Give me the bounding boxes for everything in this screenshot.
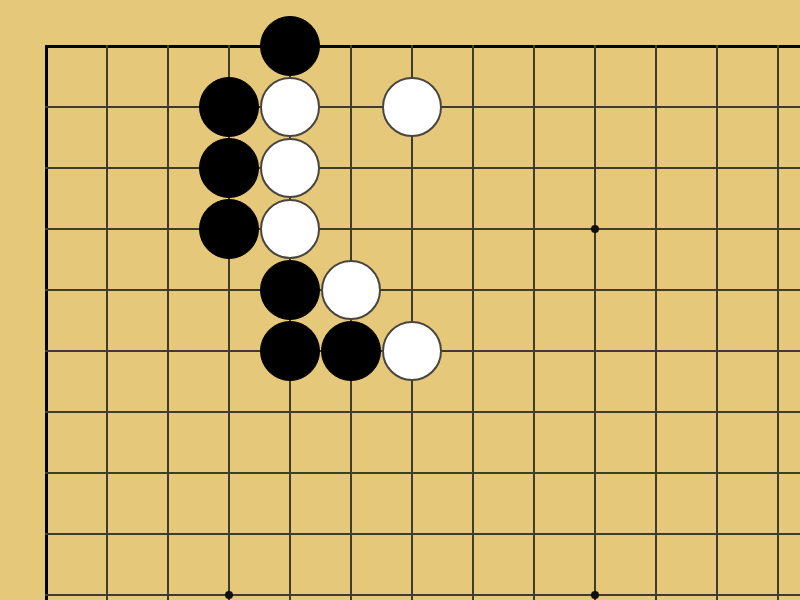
black-stone[interactable]: ● bbox=[260, 260, 320, 320]
black-stone[interactable]: ● bbox=[260, 321, 320, 381]
black-stone-glyph: ● bbox=[212, 148, 247, 188]
white-stone[interactable]: ○ bbox=[321, 260, 381, 320]
white-stone-glyph: ○ bbox=[273, 87, 308, 127]
white-stone[interactable]: ○ bbox=[382, 77, 442, 137]
stones-grid[interactable]: ●●●●●●●○○○○○○ bbox=[16, 16, 800, 600]
white-stone-glyph: ○ bbox=[395, 87, 430, 127]
white-stone-glyph: ○ bbox=[273, 209, 308, 249]
black-stone-glyph: ● bbox=[273, 270, 308, 310]
white-stone[interactable]: ○ bbox=[382, 321, 442, 381]
black-stone-glyph: ● bbox=[212, 209, 247, 249]
black-stone[interactable]: ● bbox=[199, 77, 259, 137]
black-stone[interactable]: ● bbox=[260, 16, 320, 76]
white-stone-glyph: ○ bbox=[395, 331, 430, 371]
black-stone[interactable]: ● bbox=[199, 138, 259, 198]
white-stone-glyph: ○ bbox=[334, 270, 369, 310]
white-stone[interactable]: ○ bbox=[260, 77, 320, 137]
white-stone[interactable]: ○ bbox=[260, 138, 320, 198]
black-stone-glyph: ● bbox=[273, 26, 308, 66]
black-stone-glyph: ● bbox=[273, 331, 308, 371]
black-stone-glyph: ● bbox=[334, 331, 369, 371]
black-stone[interactable]: ● bbox=[321, 321, 381, 381]
black-stone[interactable]: ● bbox=[199, 199, 259, 259]
black-stone-glyph: ● bbox=[212, 87, 247, 127]
white-stone[interactable]: ○ bbox=[260, 199, 320, 259]
white-stone-glyph: ○ bbox=[273, 148, 308, 188]
go-board[interactable]: ●●●●●●●○○○○○○ bbox=[0, 0, 800, 600]
